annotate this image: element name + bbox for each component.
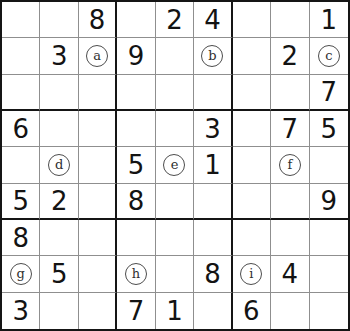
given-digit: 5 (320, 116, 337, 142)
cell-r8c8[interactable]: 4 (271, 256, 309, 292)
cell-r3c8[interactable] (271, 75, 309, 111)
circled-letter: g (10, 263, 32, 285)
circled-letter: a (86, 45, 108, 67)
cell-r7c3[interactable] (79, 220, 117, 256)
cell-r9c9[interactable] (310, 293, 348, 329)
cell-r4c6[interactable]: 3 (194, 111, 232, 147)
circled-letter: b (201, 45, 223, 67)
cell-r8c9[interactable] (310, 256, 348, 292)
circled-letter: f (279, 154, 301, 176)
cell-r9c6[interactable] (194, 293, 232, 329)
cell-r1c6[interactable]: 4 (194, 2, 232, 38)
circled-letter: c (318, 45, 340, 67)
cell-r2c8[interactable]: 2 (271, 38, 309, 74)
cell-r4c7[interactable] (233, 111, 271, 147)
given-digit: 2 (166, 7, 183, 33)
cell-r9c8[interactable] (271, 293, 309, 329)
cell-r6c2[interactable]: 2 (40, 184, 78, 220)
circled-letter: h (125, 263, 147, 285)
given-digit: 4 (282, 261, 299, 287)
cell-r6c4[interactable]: 8 (117, 184, 155, 220)
cell-r1c7[interactable] (233, 2, 271, 38)
cell-r6c9[interactable]: 9 (310, 184, 348, 220)
cell-r6c5[interactable] (156, 184, 194, 220)
cell-r1c9[interactable]: 1 (310, 2, 348, 38)
cell-r5c6[interactable]: 1 (194, 147, 232, 183)
given-digit: 7 (320, 79, 337, 105)
given-digit: 8 (204, 261, 221, 287)
cell-r9c4[interactable]: 7 (117, 293, 155, 329)
cell-r5c9[interactable] (310, 147, 348, 183)
cell-r8c4[interactable]: h (117, 256, 155, 292)
given-digit: 3 (51, 43, 68, 69)
cell-r4c5[interactable] (156, 111, 194, 147)
cell-r2c9[interactable]: c (310, 38, 348, 74)
cell-r7c4[interactable] (117, 220, 155, 256)
cell-r9c3[interactable] (79, 293, 117, 329)
given-digit: 8 (89, 7, 106, 33)
sudoku-board: 82413a9b2c76375d5e1f52898g5h8i43716 (0, 0, 350, 331)
cell-r6c6[interactable] (194, 184, 232, 220)
cell-r6c8[interactable] (271, 184, 309, 220)
cell-r9c5[interactable]: 1 (156, 293, 194, 329)
cell-r8c3[interactable] (79, 256, 117, 292)
cell-r4c1[interactable]: 6 (2, 111, 40, 147)
given-digit: 5 (51, 261, 68, 287)
cell-r5c8[interactable]: f (271, 147, 309, 183)
given-digit: 1 (204, 152, 221, 178)
cell-r7c5[interactable] (156, 220, 194, 256)
cell-r9c7[interactable]: 6 (233, 293, 271, 329)
cell-r7c1[interactable]: 8 (2, 220, 40, 256)
cell-r1c8[interactable] (271, 2, 309, 38)
cell-r3c6[interactable] (194, 75, 232, 111)
given-digit: 6 (12, 116, 29, 142)
cell-r7c9[interactable] (310, 220, 348, 256)
cell-r2c2[interactable]: 3 (40, 38, 78, 74)
cell-r8c5[interactable] (156, 256, 194, 292)
cell-r3c5[interactable] (156, 75, 194, 111)
cell-r7c2[interactable] (40, 220, 78, 256)
cell-r5c7[interactable] (233, 147, 271, 183)
cell-r1c4[interactable] (117, 2, 155, 38)
cell-r5c1[interactable] (2, 147, 40, 183)
cell-r1c1[interactable] (2, 2, 40, 38)
cell-r3c7[interactable] (233, 75, 271, 111)
given-digit: 6 (243, 298, 260, 324)
given-digit: 5 (128, 152, 145, 178)
cell-r5c5[interactable]: e (156, 147, 194, 183)
cell-r3c3[interactable] (79, 75, 117, 111)
cell-r4c4[interactable] (117, 111, 155, 147)
cell-r5c4[interactable]: 5 (117, 147, 155, 183)
cell-r6c1[interactable]: 5 (2, 184, 40, 220)
given-digit: 9 (128, 43, 145, 69)
cell-r2c7[interactable] (233, 38, 271, 74)
cell-r3c9[interactable]: 7 (310, 75, 348, 111)
given-digit: 3 (204, 116, 221, 142)
cell-r4c8[interactable]: 7 (271, 111, 309, 147)
circled-letter: e (163, 154, 185, 176)
cell-r9c1[interactable]: 3 (2, 293, 40, 329)
circled-letter: i (240, 263, 262, 285)
cell-r2c6[interactable]: b (194, 38, 232, 74)
cell-r8c7[interactable]: i (233, 256, 271, 292)
cell-r8c1[interactable]: g (2, 256, 40, 292)
cell-r4c3[interactable] (79, 111, 117, 147)
given-digit: 8 (12, 225, 29, 251)
cell-r6c3[interactable] (79, 184, 117, 220)
cell-r2c5[interactable] (156, 38, 194, 74)
given-digit: 2 (282, 43, 299, 69)
given-digit: 5 (12, 188, 29, 214)
cell-r5c2[interactable]: d (40, 147, 78, 183)
cell-r7c7[interactable] (233, 220, 271, 256)
circled-letter: d (48, 154, 70, 176)
given-digit: 9 (320, 188, 337, 214)
cell-r3c1[interactable] (2, 75, 40, 111)
cell-r2c1[interactable] (2, 38, 40, 74)
cell-r8c2[interactable]: 5 (40, 256, 78, 292)
cell-r9c2[interactable] (40, 293, 78, 329)
given-digit: 7 (128, 298, 145, 324)
cell-r5c3[interactable] (79, 147, 117, 183)
given-digit: 7 (282, 116, 299, 142)
cell-r2c3[interactable]: a (79, 38, 117, 74)
cell-r7c8[interactable] (271, 220, 309, 256)
given-digit: 1 (166, 298, 183, 324)
given-digit: 2 (51, 188, 68, 214)
cell-r3c4[interactable] (117, 75, 155, 111)
given-digit: 1 (320, 7, 337, 33)
cell-r4c9[interactable]: 5 (310, 111, 348, 147)
cell-r7c6[interactable] (194, 220, 232, 256)
cell-r1c2[interactable] (40, 2, 78, 38)
given-digit: 4 (204, 7, 221, 33)
given-digit: 3 (12, 298, 29, 324)
cell-r1c5[interactable]: 2 (156, 2, 194, 38)
cell-r4c2[interactable] (40, 111, 78, 147)
cell-r8c6[interactable]: 8 (194, 256, 232, 292)
cell-r6c7[interactable] (233, 184, 271, 220)
cell-r1c3[interactable]: 8 (79, 2, 117, 38)
cell-r2c4[interactable]: 9 (117, 38, 155, 74)
given-digit: 8 (128, 188, 145, 214)
cell-r3c2[interactable] (40, 75, 78, 111)
